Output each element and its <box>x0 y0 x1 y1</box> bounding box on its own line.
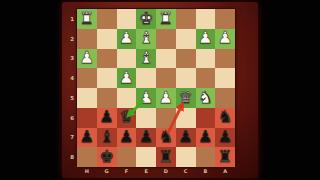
square-e4[interactable] <box>136 68 156 88</box>
black-pawn-h7[interactable]: ♟ <box>79 129 94 146</box>
square-e8[interactable] <box>136 147 156 167</box>
black-knight-a6[interactable]: ♞ <box>218 109 233 126</box>
black-rook-a8[interactable]: ♜ <box>218 149 233 166</box>
square-f8[interactable] <box>117 147 137 167</box>
square-b4[interactable] <box>196 68 216 88</box>
file-label-d: d <box>156 166 176 176</box>
square-b5[interactable]: ♞ <box>196 88 216 108</box>
black-pawn-e7[interactable]: ♟ <box>139 129 154 146</box>
rank-label-5: 5 <box>62 88 77 108</box>
file-label-a: a <box>215 166 235 176</box>
white-pawn-h3[interactable]: ♟ <box>79 50 94 67</box>
white-rook-d1[interactable]: ♜ <box>158 11 173 28</box>
square-c4[interactable] <box>176 68 196 88</box>
square-g1[interactable] <box>97 9 117 29</box>
square-c7[interactable]: ♟ <box>176 128 196 148</box>
square-d2[interactable] <box>156 29 176 49</box>
file-label-e: e <box>136 166 156 176</box>
file-label-b: b <box>196 166 216 176</box>
square-a1[interactable] <box>215 9 235 29</box>
square-a3[interactable] <box>215 49 235 69</box>
white-bishop-e3[interactable]: ♝ <box>139 50 154 67</box>
white-pawn-f4[interactable]: ♟ <box>119 70 134 87</box>
square-a4[interactable] <box>215 68 235 88</box>
white-pawn-a2[interactable]: ♟ <box>218 30 233 47</box>
square-a7[interactable]: ♟ <box>215 128 235 148</box>
square-a8[interactable]: ♜ <box>215 147 235 167</box>
square-d7[interactable]: ♞ <box>156 128 176 148</box>
rank-label-7: 7 <box>62 128 77 148</box>
white-rook-h1[interactable]: ♜ <box>79 11 94 28</box>
square-f1[interactable] <box>117 9 137 29</box>
square-a5[interactable] <box>215 88 235 108</box>
black-pawn-c7[interactable]: ♟ <box>178 129 193 146</box>
black-bishop-g7[interactable]: ♝ <box>99 129 114 146</box>
square-g8[interactable]: ♚ <box>97 147 117 167</box>
file-label-f: f <box>117 166 137 176</box>
white-pawn-e5[interactable]: ♟ <box>139 90 154 107</box>
square-g4[interactable] <box>97 68 117 88</box>
square-g6[interactable]: ♟ <box>97 108 117 128</box>
square-b6[interactable] <box>196 108 216 128</box>
square-e1[interactable]: ♚ <box>136 9 156 29</box>
square-f6[interactable]: ♛ <box>117 108 137 128</box>
square-f4[interactable]: ♟ <box>117 68 137 88</box>
white-pawn-f2[interactable]: ♟ <box>119 30 134 47</box>
square-h6[interactable] <box>77 108 97 128</box>
white-queen-c5[interactable]: ♛ <box>178 90 193 107</box>
square-g5[interactable] <box>97 88 117 108</box>
square-b7[interactable]: ♟ <box>196 128 216 148</box>
white-king-e1[interactable]: ♚ <box>139 11 154 28</box>
square-c5[interactable]: ♛ <box>176 88 196 108</box>
rank-label-1: 1 <box>62 9 77 29</box>
square-e3[interactable]: ♝ <box>136 49 156 69</box>
black-queen-f6[interactable]: ♛ <box>119 109 134 126</box>
black-pawn-g6[interactable]: ♟ <box>99 109 114 126</box>
rank-label-3: 3 <box>62 49 77 69</box>
square-h4[interactable] <box>77 68 97 88</box>
square-b2[interactable]: ♟ <box>196 29 216 49</box>
square-a6[interactable]: ♞ <box>215 108 235 128</box>
square-b8[interactable] <box>196 147 216 167</box>
white-bishop-e2[interactable]: ♝ <box>139 30 154 47</box>
video-frame: 12345678 hgfedcba ♜♚♜♟♝♟♟♟♝♟♟♟♛♞♟♛♞♟♝♟♟♞… <box>0 0 320 180</box>
rank-label-2: 2 <box>62 29 77 49</box>
square-d1[interactable]: ♜ <box>156 9 176 29</box>
square-e6[interactable] <box>136 108 156 128</box>
square-f5[interactable] <box>117 88 137 108</box>
square-b3[interactable] <box>196 49 216 69</box>
black-pawn-b7[interactable]: ♟ <box>198 129 213 146</box>
white-pawn-d5[interactable]: ♟ <box>158 90 173 107</box>
square-d3[interactable] <box>156 49 176 69</box>
square-d5[interactable]: ♟ <box>156 88 176 108</box>
square-e2[interactable]: ♝ <box>136 29 156 49</box>
square-c1[interactable] <box>176 9 196 29</box>
black-pawn-a7[interactable]: ♟ <box>218 129 233 146</box>
square-d4[interactable] <box>156 68 176 88</box>
file-label-c: c <box>176 166 196 176</box>
square-h2[interactable] <box>77 29 97 49</box>
square-d8[interactable]: ♜ <box>156 147 176 167</box>
rank-label-6: 6 <box>62 108 77 128</box>
rank-label-8: 8 <box>62 147 77 167</box>
file-label-g: g <box>97 166 117 176</box>
rank-label-4: 4 <box>62 68 77 88</box>
file-label-h: h <box>77 166 97 176</box>
square-h1[interactable]: ♜ <box>77 9 97 29</box>
board-grid: ♜♚♜♟♝♟♟♟♝♟♟♟♛♞♟♛♞♟♝♟♟♞♟♟♟♚♜♜ <box>77 9 235 167</box>
white-pawn-b2[interactable]: ♟ <box>198 30 213 47</box>
white-knight-b5[interactable]: ♞ <box>198 90 213 107</box>
file-labels: hgfedcba <box>77 166 235 176</box>
square-g3[interactable] <box>97 49 117 69</box>
square-b1[interactable] <box>196 9 216 29</box>
square-g2[interactable] <box>97 29 117 49</box>
square-f2[interactable]: ♟ <box>117 29 137 49</box>
square-c8[interactable] <box>176 147 196 167</box>
black-knight-d7[interactable]: ♞ <box>158 129 173 146</box>
black-king-g8[interactable]: ♚ <box>99 149 114 166</box>
square-g7[interactable]: ♝ <box>97 128 117 148</box>
square-f7[interactable]: ♟ <box>117 128 137 148</box>
square-c6[interactable] <box>176 108 196 128</box>
square-c3[interactable] <box>176 49 196 69</box>
square-c2[interactable] <box>176 29 196 49</box>
square-d6[interactable] <box>156 108 176 128</box>
square-e5[interactable]: ♟ <box>136 88 156 108</box>
black-pawn-f7[interactable]: ♟ <box>119 129 134 146</box>
square-f3[interactable] <box>117 49 137 69</box>
square-h8[interactable] <box>77 147 97 167</box>
square-e7[interactable]: ♟ <box>136 128 156 148</box>
black-rook-d8[interactable]: ♜ <box>158 149 173 166</box>
square-a2[interactable]: ♟ <box>215 29 235 49</box>
square-h5[interactable] <box>77 88 97 108</box>
square-h7[interactable]: ♟ <box>77 128 97 148</box>
square-h3[interactable]: ♟ <box>77 49 97 69</box>
rank-labels: 12345678 <box>62 9 77 167</box>
